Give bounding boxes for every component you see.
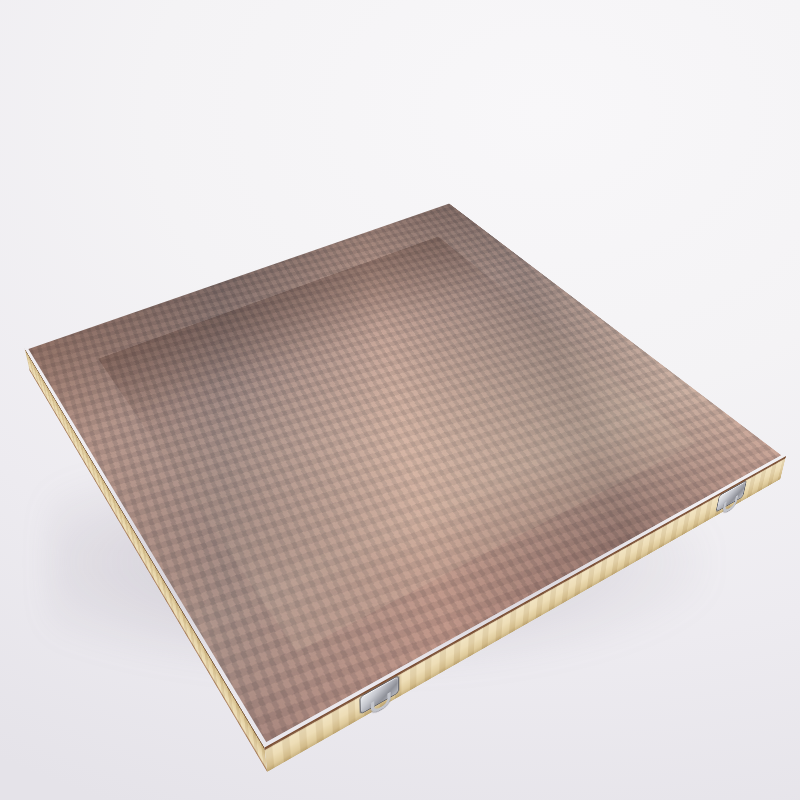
chess-grid: [98, 237, 695, 652]
scene: [0, 0, 800, 800]
board-top-face: [28, 204, 781, 743]
chess-board-3d: [25, 202, 786, 748]
